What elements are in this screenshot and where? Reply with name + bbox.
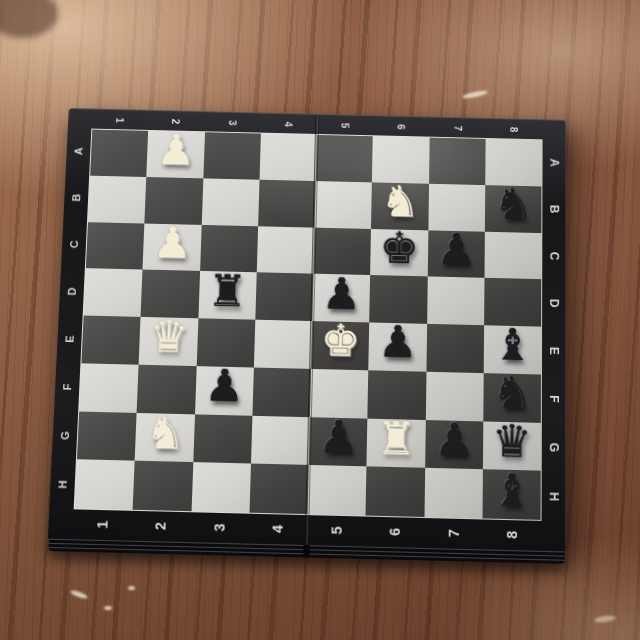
black-pawn[interactable]: ♟ <box>378 322 418 363</box>
rank-label-4: 4 <box>260 114 317 133</box>
rank-label-3: 3 <box>204 113 261 132</box>
black-rook[interactable]: ♜ <box>207 271 248 311</box>
file-label-C: C <box>63 221 85 268</box>
square-e2[interactable]: ♛ <box>139 317 198 366</box>
square-b5[interactable] <box>315 181 373 229</box>
file-label-text: H <box>56 480 69 488</box>
square-a2[interactable]: ♟ <box>147 131 205 178</box>
file-label-text: H <box>547 492 561 501</box>
black-pawn[interactable]: ♟ <box>321 273 361 313</box>
rank-label-5: 5 <box>307 516 366 544</box>
square-h5[interactable] <box>308 465 367 515</box>
square-b8[interactable]: ♞ <box>485 185 542 233</box>
rank-label-text: 5 <box>328 526 344 534</box>
rank-label-text: 1 <box>94 520 111 528</box>
file-label-A: A <box>544 139 564 186</box>
rank-label-text: 4 <box>270 525 287 533</box>
black-pawn[interactable]: ♟ <box>204 365 245 406</box>
file-labels-right: ABCDEFGH <box>544 139 565 521</box>
square-h1[interactable] <box>75 459 135 509</box>
square-e4[interactable] <box>254 320 313 369</box>
black-pawn[interactable]: ♟ <box>318 416 359 458</box>
rank-label-text: 2 <box>152 522 169 530</box>
black-bishop[interactable]: ♝ <box>492 325 532 366</box>
square-f3[interactable]: ♟ <box>195 366 254 415</box>
scuff-mark <box>462 89 488 99</box>
white-knight[interactable]: ♞ <box>144 412 185 454</box>
square-c2[interactable]: ♟ <box>143 223 202 271</box>
file-label-F: F <box>544 375 564 424</box>
square-c8[interactable] <box>484 231 541 279</box>
folding-chess-board: 12345678 12345678 ABCDEFGH ABCDEFGH ♟♞♞♟… <box>47 108 566 564</box>
square-g1[interactable] <box>77 411 137 461</box>
rank-label-text: 6 <box>396 124 407 130</box>
scuff-mark <box>70 589 89 600</box>
rank-label-6: 6 <box>365 518 424 546</box>
black-king[interactable]: ♚ <box>379 228 419 268</box>
square-h8[interactable]: ♝ <box>482 469 540 519</box>
square-d7[interactable] <box>427 277 485 326</box>
black-knight[interactable]: ♞ <box>492 372 532 413</box>
file-label-H: H <box>51 460 74 510</box>
rank-label-1: 1 <box>72 510 132 538</box>
rank-label-text: 8 <box>504 530 520 538</box>
square-h4[interactable] <box>249 464 308 514</box>
file-label-text: B <box>70 194 82 202</box>
file-label-G: G <box>544 423 564 472</box>
scuff-mark <box>594 614 617 623</box>
white-knight[interactable]: ♞ <box>380 182 420 222</box>
file-label-text: B <box>547 205 561 214</box>
white-pawn[interactable]: ♟ <box>152 223 193 263</box>
file-label-text: F <box>547 395 561 403</box>
square-d3[interactable]: ♜ <box>198 271 257 320</box>
square-g5[interactable]: ♟ <box>309 417 368 467</box>
file-label-D: D <box>544 279 564 327</box>
square-e1[interactable] <box>81 316 140 365</box>
square-g2[interactable]: ♞ <box>135 412 195 462</box>
black-knight[interactable]: ♞ <box>493 184 532 224</box>
square-b3[interactable] <box>201 178 259 226</box>
white-king[interactable]: ♚ <box>320 321 360 362</box>
rank-label-text: 7 <box>453 125 464 131</box>
scuff-mark <box>128 586 135 590</box>
white-pawn[interactable]: ♟ <box>156 130 196 169</box>
rank-label-1: 1 <box>91 110 148 129</box>
scuff-mark <box>104 606 112 610</box>
rank-label-3: 3 <box>190 513 249 541</box>
rank-label-text: 3 <box>227 120 238 126</box>
rank-label-8: 8 <box>486 120 542 139</box>
square-h6[interactable] <box>366 467 425 517</box>
rank-label-text: 7 <box>445 529 461 537</box>
square-d1[interactable] <box>84 268 143 317</box>
rank-label-text: 2 <box>171 118 182 124</box>
square-c1[interactable] <box>86 222 145 270</box>
file-label-text: E <box>547 347 561 355</box>
square-f4[interactable] <box>252 367 311 416</box>
file-label-text: D <box>547 299 561 308</box>
rank-label-text: 1 <box>114 117 125 123</box>
rank-label-7: 7 <box>430 118 487 137</box>
rank-label-8: 8 <box>483 521 542 549</box>
square-a7[interactable] <box>429 138 486 185</box>
square-h7[interactable] <box>424 468 483 518</box>
square-e5[interactable]: ♚ <box>311 321 369 370</box>
square-d4[interactable] <box>255 273 313 322</box>
square-b1[interactable] <box>88 175 147 223</box>
square-a5[interactable] <box>316 135 373 182</box>
rank-label-text: 3 <box>211 523 228 531</box>
rank-label-text: 6 <box>387 528 403 536</box>
file-label-C: C <box>544 232 564 280</box>
square-c4[interactable] <box>256 226 314 274</box>
rank-label-4: 4 <box>248 515 307 543</box>
file-label-B: B <box>65 174 87 221</box>
file-label-text: G <box>547 443 561 453</box>
square-g4[interactable] <box>251 415 310 465</box>
file-label-H: H <box>544 472 564 522</box>
black-pawn[interactable]: ♟ <box>434 419 474 461</box>
square-h2[interactable] <box>133 461 193 511</box>
file-label-E: E <box>544 327 564 375</box>
rank-label-text: 8 <box>509 126 520 132</box>
square-b4[interactable] <box>258 179 316 227</box>
file-label-F: F <box>56 363 78 412</box>
square-g3[interactable] <box>193 414 252 464</box>
file-label-text: D <box>66 287 78 295</box>
white-queen[interactable]: ♛ <box>148 316 189 357</box>
square-h3[interactable] <box>191 462 251 512</box>
rank-label-5: 5 <box>317 116 374 135</box>
square-a3[interactable] <box>203 132 261 179</box>
white-rook[interactable]: ♜ <box>376 418 417 460</box>
square-e6[interactable]: ♟ <box>369 322 427 371</box>
file-label-E: E <box>58 315 80 363</box>
file-label-text: A <box>72 147 84 155</box>
wood-knot <box>0 0 58 38</box>
black-pawn[interactable]: ♟ <box>436 229 476 269</box>
rank-label-6: 6 <box>373 117 430 136</box>
file-label-text: F <box>61 384 73 391</box>
file-label-text: C <box>547 251 561 260</box>
square-g7[interactable]: ♟ <box>425 420 483 470</box>
file-label-B: B <box>544 186 564 233</box>
square-a4[interactable] <box>259 134 317 181</box>
file-label-text: A <box>547 158 561 167</box>
rank-label-text: 4 <box>283 121 294 127</box>
square-a1[interactable] <box>90 130 148 177</box>
square-f1[interactable] <box>79 363 139 412</box>
fold-gap <box>303 545 309 558</box>
black-queen[interactable]: ♛ <box>492 421 532 463</box>
file-label-text: E <box>63 335 75 343</box>
file-label-G: G <box>54 411 77 460</box>
rank-label-2: 2 <box>131 512 191 540</box>
square-e7[interactable] <box>426 324 484 373</box>
file-label-A: A <box>68 128 90 175</box>
rank-label-text: 5 <box>340 122 351 128</box>
file-label-D: D <box>61 268 83 316</box>
black-bishop[interactable]: ♝ <box>491 469 531 511</box>
square-g6[interactable]: ♜ <box>367 418 426 468</box>
file-label-text: C <box>68 240 80 248</box>
file-label-text: G <box>59 431 72 440</box>
square-c6[interactable]: ♚ <box>370 229 428 277</box>
rank-label-7: 7 <box>424 519 483 547</box>
square-c7[interactable]: ♟ <box>427 230 484 278</box>
